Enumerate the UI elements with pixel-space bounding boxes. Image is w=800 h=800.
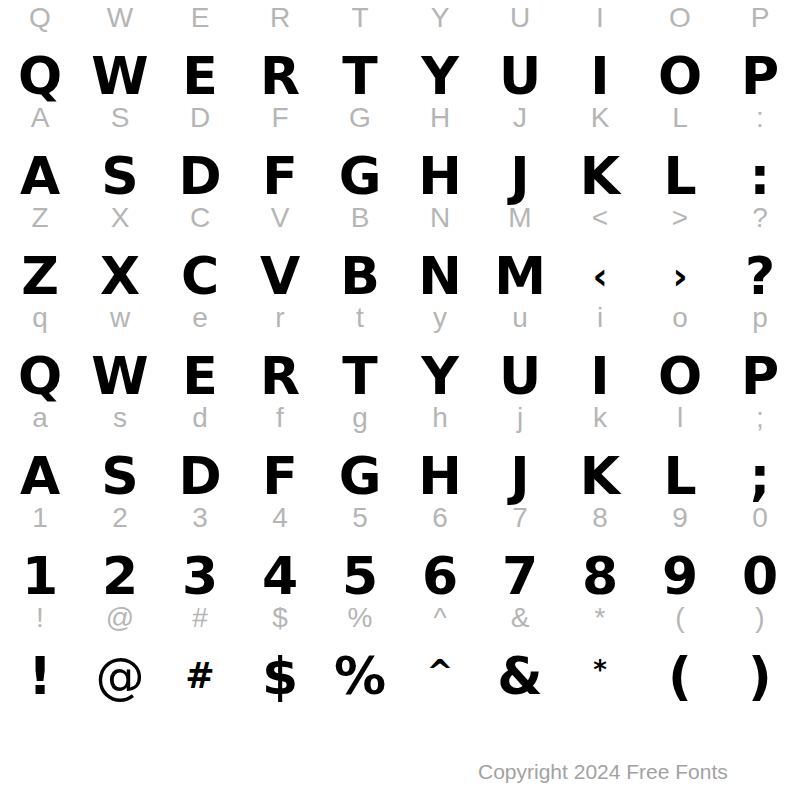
specimen-row-pair: qwertyuiopQWERTYUIOP [0, 300, 800, 400]
specimen-char: 9 [640, 544, 720, 608]
specimen-char: O [640, 44, 720, 108]
label-char: E [160, 0, 240, 36]
font-specimen-sheet: QWERTYUIOPQWERTYUIOPASDFGHJKL:ASDFGHJKL:… [0, 0, 800, 800]
label-char: Q [0, 0, 80, 36]
specimen-row-pair: 12345678901234567890 [0, 500, 800, 600]
specimen-char: : [720, 144, 800, 208]
specimen-char: Y [400, 344, 480, 408]
specimen-char: 3 [160, 544, 240, 608]
specimen-char: ‹ [560, 244, 640, 308]
specimen-char: I [560, 344, 640, 408]
specimen-row-pair: asdfghjkl;ASDFGHJKL; [0, 400, 800, 500]
specimen-char: Y [400, 44, 480, 108]
specimen-char: J [480, 444, 560, 508]
copyright-text: Copyright 2024 Free Fonts [478, 760, 728, 784]
specimen-char: N [400, 244, 480, 308]
specimen-char: H [400, 144, 480, 208]
specimen-char: M [480, 244, 560, 308]
specimen-char: G [320, 144, 400, 208]
specimen-char: U [480, 344, 560, 408]
specimen-row-pair: ASDFGHJKL:ASDFGHJKL: [0, 100, 800, 200]
specimen-char: › [640, 244, 720, 308]
specimen-char: 7 [480, 544, 560, 608]
specimen-char: F [240, 144, 320, 208]
specimen-char: H [400, 444, 480, 508]
specimen-char: W [80, 344, 160, 408]
specimen-row-pair: !@#$%^&*()!@#$%^&*() [0, 600, 800, 700]
specimen-char: ; [720, 444, 800, 508]
specimen-char: S [80, 444, 160, 508]
specimen-char: Z [0, 244, 80, 308]
specimen-row-pair: ZXCVBNM<>?ZXCVBNM‹›? [0, 200, 800, 300]
label-char: R [240, 0, 320, 36]
specimen-char: Q [0, 44, 80, 108]
specimen-char: S [80, 144, 160, 208]
specimen-char: E [160, 44, 240, 108]
specimen-char: P [720, 344, 800, 408]
specimen-char: ? [720, 244, 800, 308]
specimen-char: 4 [240, 544, 320, 608]
specimen-char: ( [640, 644, 720, 708]
specimen-char: & [480, 644, 560, 708]
label-char: W [80, 0, 160, 36]
specimen-char: ! [0, 644, 80, 708]
specimen-char: % [320, 644, 400, 708]
specimen-char: G [320, 444, 400, 508]
specimen-char: # [160, 644, 240, 708]
specimen-char: R [240, 44, 320, 108]
specimen-char: K [560, 444, 640, 508]
specimen-char: L [640, 444, 720, 508]
specimen-char: @ [80, 644, 160, 708]
specimen-char: A [0, 444, 80, 508]
specimen-char: K [560, 144, 640, 208]
specimen-char: R [240, 344, 320, 408]
specimen-char: V [240, 244, 320, 308]
specimen-char: 2 [80, 544, 160, 608]
specimen-char: T [320, 44, 400, 108]
specimen-char: 5 [320, 544, 400, 608]
specimen-char: 8 [560, 544, 640, 608]
specimen-char: L [640, 144, 720, 208]
specimen-char: O [640, 344, 720, 408]
character-map-grid: QWERTYUIOPQWERTYUIOPASDFGHJKL:ASDFGHJKL:… [0, 0, 800, 700]
label-char: I [560, 0, 640, 36]
specimen-char: $ [240, 644, 320, 708]
specimen-char: X [80, 244, 160, 308]
specimen-char: J [480, 144, 560, 208]
specimen-row-pair: QWERTYUIOPQWERTYUIOP [0, 0, 800, 100]
specimen-char: P [720, 44, 800, 108]
specimen-char: ^ [400, 640, 480, 704]
specimen-char: ) [720, 644, 800, 708]
specimen-char: D [160, 444, 240, 508]
label-char: T [320, 0, 400, 36]
label-char: O [640, 0, 720, 36]
specimen-char: T [320, 344, 400, 408]
specimen-char: E [160, 344, 240, 408]
specimen-char: D [160, 144, 240, 208]
specimen-char: U [480, 44, 560, 108]
specimen-char: F [240, 444, 320, 508]
label-char: U [480, 0, 560, 36]
specimen-char: B [320, 244, 400, 308]
specimen-char: 6 [400, 544, 480, 608]
specimen-char: A [0, 144, 80, 208]
specimen-char: Q [0, 344, 80, 408]
specimen-char: W [80, 44, 160, 108]
specimen-char: 1 [0, 544, 80, 608]
specimen-char: I [560, 44, 640, 108]
specimen-char: 0 [720, 544, 800, 608]
specimen-char: * [560, 638, 640, 702]
label-char: Y [400, 0, 480, 36]
specimen-char: C [160, 244, 240, 308]
label-char: P [720, 0, 800, 36]
